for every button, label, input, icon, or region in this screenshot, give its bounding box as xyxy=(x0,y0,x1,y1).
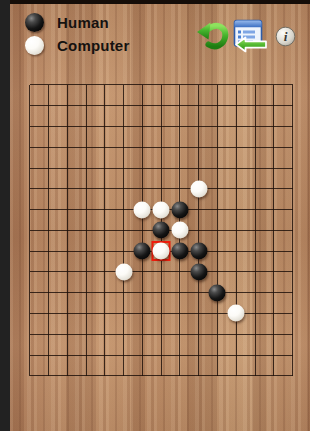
board-intersection[interactable] xyxy=(152,324,171,345)
board-intersection[interactable] xyxy=(96,282,115,303)
moves-list-button[interactable] xyxy=(233,19,269,56)
board-intersection[interactable] xyxy=(39,178,58,199)
board-intersection[interactable] xyxy=(152,303,171,324)
white-stone xyxy=(153,243,170,260)
board-intersection[interactable] xyxy=(171,324,190,345)
board-intersection[interactable] xyxy=(39,199,58,220)
board-intersection[interactable] xyxy=(246,365,265,386)
board-intersection[interactable] xyxy=(58,365,77,386)
board-intersection[interactable] xyxy=(152,95,171,116)
player-label-computer: Computer xyxy=(57,37,129,54)
board-intersection[interactable] xyxy=(114,282,133,303)
board-intersection[interactable] xyxy=(227,158,246,179)
board-intersection[interactable] xyxy=(283,116,302,137)
board-intersection[interactable] xyxy=(21,116,40,137)
board-intersection[interactable] xyxy=(283,75,302,96)
board-intersection[interactable] xyxy=(189,262,208,283)
board-intersection[interactable] xyxy=(133,95,152,116)
board-intersection[interactable] xyxy=(283,178,302,199)
board-intersection[interactable] xyxy=(189,137,208,158)
board-intersection[interactable] xyxy=(39,345,58,366)
board-intersection[interactable] xyxy=(171,116,190,137)
board-intersection[interactable] xyxy=(189,95,208,116)
legend-white-stone-icon xyxy=(25,36,44,55)
board-intersection[interactable] xyxy=(246,324,265,345)
board-intersection[interactable] xyxy=(227,95,246,116)
board-intersection[interactable] xyxy=(189,324,208,345)
board-intersection[interactable] xyxy=(77,95,96,116)
board-intersection[interactable] xyxy=(133,158,152,179)
board-intersection[interactable] xyxy=(208,95,227,116)
board-intersection[interactable] xyxy=(58,178,77,199)
board-intersection[interactable] xyxy=(96,220,115,241)
board-intersection[interactable] xyxy=(21,137,40,158)
board-intersection[interactable] xyxy=(264,324,283,345)
board-intersection[interactable] xyxy=(39,75,58,96)
board-intersection[interactable] xyxy=(21,262,40,283)
board-intersection[interactable] xyxy=(58,137,77,158)
board-intersection[interactable] xyxy=(171,75,190,96)
board-intersection[interactable] xyxy=(171,345,190,366)
board-intersection[interactable] xyxy=(58,241,77,262)
board-intersection[interactable] xyxy=(283,137,302,158)
board-intersection[interactable] xyxy=(171,137,190,158)
black-stone xyxy=(171,243,188,260)
board-intersection[interactable] xyxy=(96,365,115,386)
board-intersection[interactable] xyxy=(189,241,208,262)
board-intersection[interactable] xyxy=(189,199,208,220)
board-intersection[interactable] xyxy=(208,345,227,366)
gomoku-board[interactable] xyxy=(21,75,302,387)
player-label-human: Human xyxy=(57,14,109,31)
board-intersection[interactable] xyxy=(246,262,265,283)
board-intersection[interactable] xyxy=(133,241,152,262)
board-intersection[interactable] xyxy=(96,303,115,324)
board-intersection[interactable] xyxy=(96,75,115,96)
board-intersection[interactable] xyxy=(114,95,133,116)
board-intersection[interactable] xyxy=(171,95,190,116)
board-intersection[interactable] xyxy=(246,75,265,96)
board-intersection[interactable] xyxy=(189,75,208,96)
board-intersection[interactable] xyxy=(114,199,133,220)
board-intersection[interactable] xyxy=(39,220,58,241)
board-intersection[interactable] xyxy=(208,75,227,96)
board-intersection[interactable] xyxy=(96,116,115,137)
board-intersection[interactable] xyxy=(171,241,190,262)
board-intersection[interactable] xyxy=(39,95,58,116)
board-intersection[interactable] xyxy=(114,365,133,386)
board-intersection[interactable] xyxy=(283,303,302,324)
board-intersection[interactable] xyxy=(283,282,302,303)
board-intersection[interactable] xyxy=(114,178,133,199)
board-intersection[interactable] xyxy=(114,158,133,179)
board-intersection[interactable] xyxy=(133,303,152,324)
black-stone xyxy=(190,263,207,280)
board-intersection[interactable] xyxy=(246,220,265,241)
board-intersection[interactable] xyxy=(227,116,246,137)
board-intersection[interactable] xyxy=(39,241,58,262)
board-intersection[interactable] xyxy=(227,262,246,283)
board-intersection[interactable] xyxy=(227,241,246,262)
board-intersection[interactable] xyxy=(77,178,96,199)
board-intersection[interactable] xyxy=(189,178,208,199)
board-intersection[interactable] xyxy=(189,282,208,303)
board-intersection[interactable] xyxy=(152,220,171,241)
board-intersection[interactable] xyxy=(21,241,40,262)
board-intersection[interactable] xyxy=(152,282,171,303)
board-intersection[interactable] xyxy=(152,137,171,158)
board-intersection[interactable] xyxy=(58,116,77,137)
board-intersection[interactable] xyxy=(96,262,115,283)
board-intersection[interactable] xyxy=(114,220,133,241)
board-intersection[interactable] xyxy=(227,137,246,158)
board-intersection[interactable] xyxy=(77,282,96,303)
board-intersection[interactable] xyxy=(264,75,283,96)
board-intersection[interactable] xyxy=(96,241,115,262)
black-stone xyxy=(153,222,170,239)
black-stone xyxy=(190,243,207,260)
board-intersection[interactable] xyxy=(114,324,133,345)
board-intersection[interactable] xyxy=(264,95,283,116)
board-intersection[interactable] xyxy=(96,158,115,179)
board-intersection[interactable] xyxy=(264,365,283,386)
board-intersection[interactable] xyxy=(39,365,58,386)
board-intersection[interactable] xyxy=(227,75,246,96)
board-intersection[interactable] xyxy=(21,178,40,199)
board-intersection[interactable] xyxy=(77,220,96,241)
board-intersection[interactable] xyxy=(133,178,152,199)
board-intersection[interactable] xyxy=(171,365,190,386)
svg-text:i: i xyxy=(284,29,288,44)
board-intersection[interactable] xyxy=(58,75,77,96)
board-intersection[interactable] xyxy=(283,241,302,262)
board-intersection[interactable] xyxy=(58,95,77,116)
board-intersection[interactable] xyxy=(189,220,208,241)
status-bar xyxy=(10,0,310,4)
board-intersection[interactable] xyxy=(21,75,40,96)
board-intersection[interactable] xyxy=(152,116,171,137)
board-intersection[interactable] xyxy=(114,345,133,366)
board-intersection[interactable] xyxy=(264,158,283,179)
board-intersection[interactable] xyxy=(39,282,58,303)
board-intersection[interactable] xyxy=(96,345,115,366)
board-intersection[interactable] xyxy=(114,241,133,262)
board-intersection[interactable] xyxy=(21,220,40,241)
board-intersection[interactable] xyxy=(283,365,302,386)
board-intersection[interactable] xyxy=(133,262,152,283)
undo-button[interactable] xyxy=(195,20,229,54)
legend-black-stone-icon xyxy=(25,13,44,32)
board-intersection[interactable] xyxy=(264,220,283,241)
board-intersection[interactable] xyxy=(171,158,190,179)
board-intersection[interactable] xyxy=(77,345,96,366)
board-intersection[interactable] xyxy=(133,75,152,96)
board-intersection[interactable] xyxy=(246,178,265,199)
board-intersection[interactable] xyxy=(264,262,283,283)
white-stone xyxy=(190,180,207,197)
board-intersection[interactable] xyxy=(77,324,96,345)
board-intersection[interactable] xyxy=(21,365,40,386)
board-intersection[interactable] xyxy=(246,282,265,303)
board-intersection[interactable] xyxy=(283,262,302,283)
board-intersection[interactable] xyxy=(152,199,171,220)
board-intersection[interactable] xyxy=(96,137,115,158)
board-intersection[interactable] xyxy=(21,158,40,179)
board-intersection[interactable] xyxy=(77,116,96,137)
board-intersection[interactable] xyxy=(283,199,302,220)
white-stone xyxy=(228,305,245,322)
board-intersection[interactable] xyxy=(246,345,265,366)
board-intersection[interactable] xyxy=(246,303,265,324)
board-intersection[interactable] xyxy=(152,178,171,199)
board-intersection[interactable] xyxy=(77,199,96,220)
board-intersection[interactable] xyxy=(39,324,58,345)
board-intersection[interactable] xyxy=(264,241,283,262)
board-intersection[interactable] xyxy=(264,199,283,220)
board-intersection[interactable] xyxy=(208,199,227,220)
board-intersection[interactable] xyxy=(264,345,283,366)
board-intersection[interactable] xyxy=(21,199,40,220)
board-intersection[interactable] xyxy=(77,303,96,324)
board-intersection[interactable] xyxy=(114,137,133,158)
board-intersection[interactable] xyxy=(227,178,246,199)
board-intersection[interactable] xyxy=(77,365,96,386)
board-intersection[interactable] xyxy=(208,282,227,303)
board-intersection[interactable] xyxy=(171,303,190,324)
board-intersection[interactable] xyxy=(39,116,58,137)
board-intersection[interactable] xyxy=(208,241,227,262)
board-intersection[interactable] xyxy=(227,220,246,241)
board-intersection[interactable] xyxy=(77,241,96,262)
board-intersection[interactable] xyxy=(152,75,171,96)
board-intersection[interactable] xyxy=(189,116,208,137)
board-intersection[interactable] xyxy=(21,95,40,116)
board-intersection[interactable] xyxy=(171,262,190,283)
board-intersection[interactable] xyxy=(208,365,227,386)
board-intersection[interactable] xyxy=(283,324,302,345)
board-intersection[interactable] xyxy=(246,199,265,220)
white-stone xyxy=(115,263,132,280)
board-intersection[interactable] xyxy=(264,282,283,303)
board-intersection[interactable] xyxy=(264,116,283,137)
board-intersection[interactable] xyxy=(246,158,265,179)
board-intersection[interactable] xyxy=(246,95,265,116)
board-intersection[interactable] xyxy=(264,137,283,158)
board-intersection[interactable] xyxy=(246,116,265,137)
board-intersection[interactable] xyxy=(152,345,171,366)
board-intersection[interactable] xyxy=(264,178,283,199)
black-stone xyxy=(171,201,188,218)
board-intersection[interactable] xyxy=(114,75,133,96)
white-stone xyxy=(171,222,188,239)
black-stone xyxy=(134,243,151,260)
board-intersection[interactable] xyxy=(227,345,246,366)
board-intersection[interactable] xyxy=(171,178,190,199)
board-intersection[interactable] xyxy=(152,365,171,386)
board-intersection[interactable] xyxy=(246,241,265,262)
board-intersection[interactable] xyxy=(208,137,227,158)
board-intersection[interactable] xyxy=(96,199,115,220)
board-intersection[interactable] xyxy=(152,241,171,262)
board-intersection[interactable] xyxy=(208,262,227,283)
board-intersection[interactable] xyxy=(246,137,265,158)
board-intersection[interactable] xyxy=(189,158,208,179)
board-intersection[interactable] xyxy=(152,158,171,179)
white-stone xyxy=(153,201,170,218)
board-intersection[interactable] xyxy=(133,220,152,241)
board-intersection[interactable] xyxy=(96,324,115,345)
board-intersection[interactable] xyxy=(171,199,190,220)
board-intersection[interactable] xyxy=(58,303,77,324)
board-intersection[interactable] xyxy=(171,220,190,241)
board-intersection[interactable] xyxy=(227,282,246,303)
info-icon: i xyxy=(275,35,296,50)
board-intersection[interactable] xyxy=(133,116,152,137)
board-intersection[interactable] xyxy=(283,158,302,179)
board-intersection[interactable] xyxy=(58,262,77,283)
board-intersection[interactable] xyxy=(114,116,133,137)
moves-list-icon xyxy=(233,44,269,59)
board-intersection[interactable] xyxy=(58,324,77,345)
board-intersection[interactable] xyxy=(39,262,58,283)
board-intersection[interactable] xyxy=(39,158,58,179)
board-intersection[interactable] xyxy=(264,303,283,324)
board-intersection[interactable] xyxy=(21,282,40,303)
board-intersection[interactable] xyxy=(39,137,58,158)
board-intersection[interactable] xyxy=(114,303,133,324)
board-intersection[interactable] xyxy=(96,95,115,116)
board-intersection[interactable] xyxy=(133,137,152,158)
board-intersection[interactable] xyxy=(58,158,77,179)
board-intersection[interactable] xyxy=(133,199,152,220)
board-intersection[interactable] xyxy=(208,158,227,179)
board-intersection[interactable] xyxy=(283,345,302,366)
board-intersection[interactable] xyxy=(189,303,208,324)
white-stone xyxy=(134,201,151,218)
board-intersection[interactable] xyxy=(58,199,77,220)
board-intersection[interactable] xyxy=(133,365,152,386)
board-intersection[interactable] xyxy=(58,282,77,303)
board-intersection[interactable] xyxy=(133,324,152,345)
board-intersection[interactable] xyxy=(39,303,58,324)
board-intersection[interactable] xyxy=(208,178,227,199)
board-intersection[interactable] xyxy=(77,75,96,96)
board-intersection[interactable] xyxy=(208,116,227,137)
undo-arrow-icon xyxy=(195,42,229,57)
board-intersection[interactable] xyxy=(77,158,96,179)
board-intersection[interactable] xyxy=(208,324,227,345)
board-intersection[interactable] xyxy=(133,345,152,366)
board-intersection[interactable] xyxy=(21,345,40,366)
board-intersection[interactable] xyxy=(208,220,227,241)
board-intersection[interactable] xyxy=(58,220,77,241)
board-intersection[interactable] xyxy=(283,95,302,116)
board-intersection[interactable] xyxy=(77,137,96,158)
board-intersection[interactable] xyxy=(58,345,77,366)
board-intersection[interactable] xyxy=(96,178,115,199)
board-intersection[interactable] xyxy=(171,282,190,303)
board-intersection[interactable] xyxy=(114,262,133,283)
board-intersection[interactable] xyxy=(208,303,227,324)
board-intersection[interactable] xyxy=(77,262,96,283)
info-button[interactable]: i xyxy=(275,26,296,47)
board-intersection[interactable] xyxy=(189,345,208,366)
board-intersection[interactable] xyxy=(227,303,246,324)
board-intersection[interactable] xyxy=(227,365,246,386)
black-stone xyxy=(209,284,226,301)
board-intersection[interactable] xyxy=(189,365,208,386)
board-intersection[interactable] xyxy=(133,282,152,303)
board-intersection[interactable] xyxy=(21,324,40,345)
board-intersection[interactable] xyxy=(21,303,40,324)
gomoku-app-screen: Human Computer xyxy=(10,0,310,431)
board-intersection[interactable] xyxy=(227,324,246,345)
board-intersection[interactable] xyxy=(283,220,302,241)
board-intersection[interactable] xyxy=(152,262,171,283)
board-intersection[interactable] xyxy=(227,199,246,220)
